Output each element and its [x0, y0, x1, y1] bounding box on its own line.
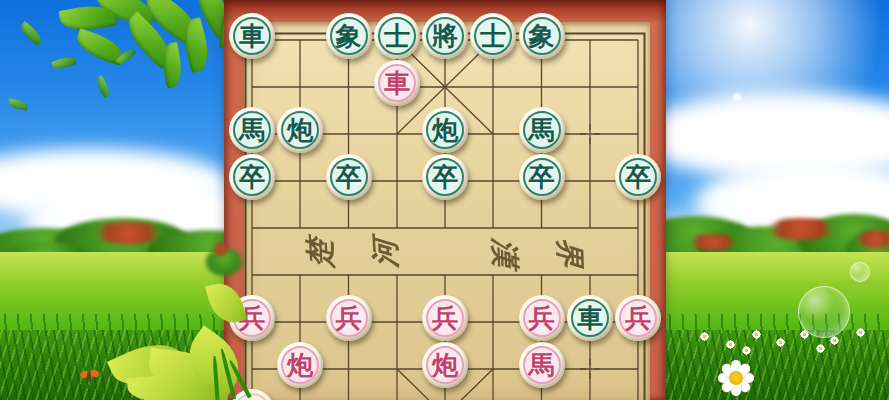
piece-red-cannon[interactable]: 炮	[422, 342, 468, 388]
small-flower	[856, 328, 865, 337]
piece-black-advisor[interactable]: 士	[374, 13, 420, 59]
daisy-flower	[714, 356, 758, 400]
small-flower	[742, 346, 751, 355]
piece-black-cannon[interactable]: 炮	[422, 107, 468, 153]
piece-red-soldier[interactable]: 兵	[422, 295, 468, 341]
piece-black-advisor[interactable]: 士	[470, 13, 516, 59]
piece-red-soldier[interactable]: 兵	[326, 295, 372, 341]
piece-red-horse[interactable]: 馬	[519, 342, 565, 388]
xiangqi-board: 楚 河 漢 界 車象士將士象車馬炮炮馬卒卒卒卒卒兵兵兵兵車兵炮炮馬	[224, 0, 666, 400]
piece-black-horse[interactable]: 馬	[519, 107, 565, 153]
piece-black-soldier[interactable]: 卒	[229, 154, 275, 200]
red-flower-patch	[92, 222, 164, 244]
piece-black-elephant[interactable]: 象	[326, 13, 372, 59]
small-flower	[776, 338, 785, 347]
piece-black-soldier[interactable]: 卒	[326, 154, 372, 200]
small-flower	[830, 336, 839, 345]
small-flower	[726, 340, 735, 349]
piece-red-chariot[interactable]: 車	[374, 60, 420, 106]
edge-foliage	[214, 242, 228, 256]
piece-black-general[interactable]: 將	[422, 13, 468, 59]
piece-red-soldier[interactable]: 兵	[615, 295, 661, 341]
red-flower-patch	[855, 230, 889, 248]
piece-red-cannon[interactable]: 炮	[277, 342, 323, 388]
piece-black-cannon[interactable]: 炮	[277, 107, 323, 153]
river-text-he: 河	[362, 230, 408, 276]
piece-black-soldier[interactable]: 卒	[519, 154, 565, 200]
piece-black-soldier[interactable]: 卒	[615, 154, 661, 200]
red-flower-patch	[688, 234, 738, 250]
soap-bubble	[850, 262, 870, 282]
small-flower	[752, 330, 761, 339]
red-flower-patch	[765, 218, 837, 240]
small-flower	[816, 344, 825, 353]
river-text-han: 漢	[482, 229, 528, 276]
small-flower	[700, 332, 709, 341]
piece-black-horse[interactable]: 馬	[229, 107, 275, 153]
piece-black-soldier[interactable]: 卒	[422, 154, 468, 200]
river-text-jie: 界	[547, 229, 593, 276]
soap-bubble	[798, 286, 850, 338]
piece-black-chariot[interactable]: 車	[567, 295, 613, 341]
piece-red-soldier[interactable]: 兵	[519, 295, 565, 341]
river-text-chu: 楚	[297, 230, 343, 276]
piece-black-elephant[interactable]: 象	[519, 13, 565, 59]
butterfly-icon	[87, 372, 91, 382]
piece-black-chariot[interactable]: 車	[229, 13, 275, 59]
